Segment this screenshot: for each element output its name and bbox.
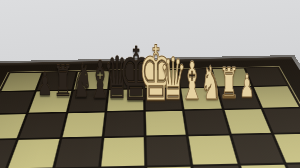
- chess-set-photo: ♟♜♞♝♛♚♚♛♝♞♜♟: [0, 0, 300, 168]
- white-pawn-icon: ♟: [240, 70, 255, 102]
- white-rook-piece: ♜: [219, 63, 239, 105]
- black-rook-piece: ♜: [53, 61, 73, 103]
- white-rook-icon: ♜: [219, 63, 239, 105]
- white-pawn-piece: ♟: [240, 70, 255, 102]
- pieces-row: ♟♜♞♝♛♚♚♛♝♞♜♟: [0, 0, 300, 168]
- black-rook-icon: ♜: [53, 61, 73, 103]
- black-pawn-icon: ♟: [38, 68, 53, 100]
- black-pawn-piece: ♟: [38, 68, 53, 100]
